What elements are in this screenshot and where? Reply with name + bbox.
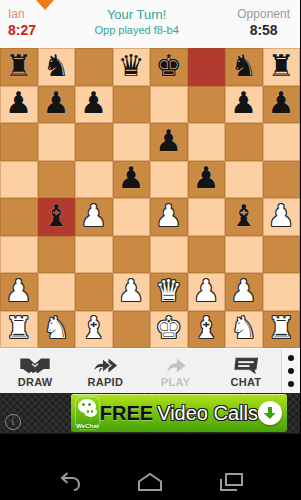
rapid-label: RAPID (88, 376, 124, 388)
square-h1[interactable]: ♜ (263, 311, 301, 349)
square-a4[interactable] (0, 198, 38, 236)
square-e3[interactable] (150, 236, 188, 274)
square-d4[interactable] (113, 198, 151, 236)
square-f4[interactable] (188, 198, 226, 236)
turn-indicator-arrow (36, 0, 54, 10)
square-e1[interactable]: ♚ (150, 311, 188, 349)
square-c4[interactable]: ♟ (75, 198, 113, 236)
square-a3[interactable] (0, 236, 38, 274)
black-pawn: ♟ (155, 126, 182, 156)
play-label: PLAY (161, 376, 191, 388)
square-e5[interactable] (150, 161, 188, 199)
overflow-dot (288, 381, 294, 387)
white-pawn: ♟ (193, 276, 220, 306)
square-b4[interactable]: ♝ (38, 198, 76, 236)
player-block: Ian 8:27 (0, 0, 36, 48)
white-queen: ♛ (155, 276, 182, 306)
chat-button[interactable]: CHAT (211, 349, 281, 393)
black-knight: ♞ (230, 51, 257, 81)
white-rook: ♜ (5, 313, 32, 343)
square-b1[interactable]: ♞ (38, 311, 76, 349)
square-f5[interactable]: ♟ (188, 161, 226, 199)
square-c1[interactable]: ♝ (75, 311, 113, 349)
chat-bubble-icon (231, 356, 261, 375)
home-button[interactable] (133, 470, 167, 494)
draw-button[interactable]: DRAW (0, 349, 70, 393)
square-g6[interactable] (225, 123, 263, 161)
square-g8[interactable]: ♞ (225, 48, 263, 86)
overflow-dot (288, 355, 294, 361)
opponent-clock: 8:58 (250, 22, 278, 39)
wechat-app-icon: WeChat (75, 396, 100, 430)
black-bishop: ♝ (230, 201, 257, 231)
handshake-icon (20, 356, 50, 375)
square-h5[interactable] (263, 161, 301, 199)
square-c5[interactable] (75, 161, 113, 199)
black-pawn: ♟ (118, 163, 145, 193)
black-rook: ♜ (268, 51, 295, 81)
white-pawn: ♟ (230, 276, 257, 306)
wechat-bubble-small (84, 407, 97, 417)
square-f7[interactable] (188, 86, 226, 124)
chess-app-screen: Ian 8:27 Your Turn! Opp played f8-b4 Opp… (0, 0, 300, 500)
white-pawn: ♟ (80, 201, 107, 231)
square-h3[interactable] (263, 236, 301, 274)
ad-banner-area: i WeChat FREE Video Calls (0, 393, 300, 433)
square-h4[interactable]: ♟ (263, 198, 301, 236)
square-e8[interactable]: ♚ (150, 48, 188, 86)
square-h7[interactable]: ♟ (263, 86, 301, 124)
square-d5[interactable]: ♟ (113, 161, 151, 199)
square-g3[interactable] (225, 236, 263, 274)
white-knight: ♞ (43, 313, 70, 343)
draw-label: DRAW (18, 376, 53, 388)
black-pawn: ♟ (230, 88, 257, 118)
square-c7[interactable]: ♟ (75, 86, 113, 124)
chat-label: CHAT (230, 376, 261, 388)
white-pawn: ♟ (155, 201, 182, 231)
white-bishop: ♝ (80, 313, 107, 343)
square-b3[interactable] (38, 236, 76, 274)
square-a1[interactable]: ♜ (0, 311, 38, 349)
black-pawn: ♟ (43, 88, 70, 118)
black-pawn: ♟ (5, 88, 32, 118)
square-c6[interactable] (75, 123, 113, 161)
square-c3[interactable] (75, 236, 113, 274)
white-pawn: ♟ (118, 276, 145, 306)
square-b2[interactable] (38, 273, 76, 311)
square-f3[interactable] (188, 236, 226, 274)
black-pawn: ♟ (268, 88, 295, 118)
square-h2[interactable] (263, 273, 301, 311)
square-g1[interactable]: ♞ (225, 311, 263, 349)
square-f2[interactable]: ♟ (188, 273, 226, 311)
status-block: Your Turn! Opp played f8-b4 (36, 0, 237, 48)
black-pawn: ♟ (80, 88, 107, 118)
square-d8[interactable]: ♛ (113, 48, 151, 86)
white-rook: ♜ (268, 313, 295, 343)
square-a8[interactable]: ♜ (0, 48, 38, 86)
white-king: ♚ (155, 313, 182, 343)
square-e6[interactable]: ♟ (150, 123, 188, 161)
white-knight: ♞ (230, 313, 257, 343)
square-h8[interactable]: ♜ (263, 48, 301, 86)
square-f1[interactable]: ♝ (188, 311, 226, 349)
turn-status: Your Turn! (107, 7, 167, 23)
square-b6[interactable] (38, 123, 76, 161)
header-bar: Ian 8:27 Your Turn! Opp played f8-b4 Opp… (0, 0, 300, 48)
player-clock: 8:27 (8, 22, 36, 39)
white-bishop: ♝ (193, 313, 220, 343)
wechat-brand-label: WeChat (75, 423, 100, 429)
wechat-ad-banner[interactable]: WeChat FREE Video Calls (71, 394, 287, 432)
square-d1[interactable] (113, 311, 151, 349)
white-pawn: ♟ (268, 201, 295, 231)
square-a2[interactable]: ♟ (0, 273, 38, 311)
square-a7[interactable]: ♟ (0, 86, 38, 124)
ad-info-icon[interactable]: i (5, 414, 21, 430)
square-g5[interactable] (225, 161, 263, 199)
game-toolbar: DRAW RAPID PLAY (0, 348, 300, 393)
ad-headline: FREE Video Calls (100, 402, 258, 425)
square-c2[interactable] (75, 273, 113, 311)
square-f8[interactable] (188, 48, 226, 86)
square-g2[interactable]: ♟ (225, 273, 263, 311)
white-pawn: ♟ (5, 276, 32, 306)
square-f6[interactable] (188, 123, 226, 161)
square-b7[interactable]: ♟ (38, 86, 76, 124)
ad-headline-free: FREE (100, 402, 153, 425)
square-a5[interactable] (0, 161, 38, 199)
square-h6[interactable] (263, 123, 301, 161)
square-e7[interactable] (150, 86, 188, 124)
play-button[interactable]: PLAY (141, 349, 211, 393)
square-e2[interactable]: ♛ (150, 273, 188, 311)
home-icon (135, 471, 165, 493)
recent-apps-button[interactable] (214, 470, 248, 494)
black-king: ♚ (155, 51, 182, 81)
chess-board: ♜♞♛♚♞♜♟♟♟♟♟♟♟♟♝♟♟♝♟♟♟♛♟♟♜♞♝♚♝♞♜ (0, 48, 300, 348)
square-d2[interactable]: ♟ (113, 273, 151, 311)
black-bishop: ♝ (43, 201, 70, 231)
square-d3[interactable] (113, 236, 151, 274)
android-nav-bar (0, 433, 300, 500)
square-e4[interactable]: ♟ (150, 198, 188, 236)
square-d6[interactable] (113, 123, 151, 161)
opponent-block: Opponent 8:58 (237, 0, 300, 48)
download-icon[interactable] (258, 401, 282, 425)
black-rook: ♜ (5, 51, 32, 81)
player-name: Ian (8, 7, 25, 22)
black-knight: ♞ (43, 51, 70, 81)
square-b8[interactable]: ♞ (38, 48, 76, 86)
overflow-dot (288, 368, 294, 374)
ad-headline-rest: Video Calls (157, 402, 258, 425)
black-pawn: ♟ (193, 163, 220, 193)
overflow-menu-button[interactable] (281, 349, 300, 393)
play-arrow-icon (161, 356, 191, 375)
square-d7[interactable] (113, 86, 151, 124)
fast-forward-icon (90, 356, 120, 375)
black-queen: ♛ (118, 51, 145, 81)
rapid-button[interactable]: RAPID (70, 349, 140, 393)
square-g7[interactable]: ♟ (225, 86, 263, 124)
back-button[interactable] (52, 470, 86, 494)
opponent-name: Opponent (237, 7, 290, 22)
square-a6[interactable] (0, 123, 38, 161)
square-g4[interactable]: ♝ (225, 198, 263, 236)
last-move-text: Opp played f8-b4 (94, 23, 178, 38)
square-b5[interactable] (38, 161, 76, 199)
recent-apps-icon (217, 471, 245, 493)
back-icon (55, 471, 83, 493)
square-c8[interactable] (75, 48, 113, 86)
